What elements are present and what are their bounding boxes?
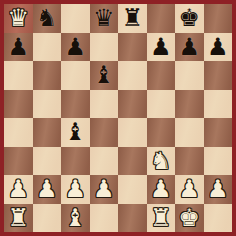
square-g3[interactable]: [175, 147, 204, 176]
square-h2[interactable]: ♟: [204, 175, 233, 204]
square-h5[interactable]: [204, 90, 233, 119]
square-d2[interactable]: ♟: [90, 175, 119, 204]
piece-black-king: ♚: [178, 4, 200, 33]
square-g1[interactable]: ♚: [175, 204, 204, 233]
piece-white-pawn: ♟: [7, 175, 29, 204]
square-f7[interactable]: ♟: [147, 33, 176, 62]
square-f4[interactable]: [147, 118, 176, 147]
square-h8[interactable]: [204, 4, 233, 33]
square-e5[interactable]: [118, 90, 147, 119]
piece-white-pawn: ♟: [178, 175, 200, 204]
piece-black-pawn: ♟: [207, 33, 229, 62]
square-h1[interactable]: [204, 204, 233, 233]
piece-black-pawn: ♟: [7, 33, 29, 62]
square-c6[interactable]: [61, 61, 90, 90]
square-c7[interactable]: ♟: [61, 33, 90, 62]
piece-black-queen: ♛: [93, 4, 115, 33]
square-a1[interactable]: ♜: [4, 204, 33, 233]
square-e2[interactable]: [118, 175, 147, 204]
square-c4[interactable]: ♝: [61, 118, 90, 147]
square-a3[interactable]: [4, 147, 33, 176]
square-e1[interactable]: [118, 204, 147, 233]
square-d5[interactable]: [90, 90, 119, 119]
square-a8[interactable]: ♛: [4, 4, 33, 33]
square-f3[interactable]: ♞: [147, 147, 176, 176]
square-e3[interactable]: [118, 147, 147, 176]
square-a5[interactable]: [4, 90, 33, 119]
piece-white-knight: ♞: [150, 147, 172, 176]
square-g7[interactable]: ♟: [175, 33, 204, 62]
piece-white-king: ♚: [178, 204, 200, 233]
square-d6[interactable]: ♝: [90, 61, 119, 90]
square-b7[interactable]: [33, 33, 62, 62]
square-a4[interactable]: [4, 118, 33, 147]
square-d4[interactable]: [90, 118, 119, 147]
square-f5[interactable]: [147, 90, 176, 119]
piece-black-rook: ♜: [121, 4, 143, 33]
chessboard: ♛♞♛♜♚♟♟♟♟♟♝♝♞♟♟♟♟♟♟♟♜♝♜♚: [4, 4, 232, 232]
piece-black-bishop: ♝: [93, 61, 115, 90]
square-h4[interactable]: [204, 118, 233, 147]
square-c1[interactable]: ♝: [61, 204, 90, 233]
square-b1[interactable]: [33, 204, 62, 233]
piece-white-pawn: ♟: [36, 175, 58, 204]
square-h6[interactable]: [204, 61, 233, 90]
square-g4[interactable]: [175, 118, 204, 147]
piece-black-pawn: ♟: [178, 33, 200, 62]
square-d7[interactable]: [90, 33, 119, 62]
square-f8[interactable]: [147, 4, 176, 33]
square-c8[interactable]: [61, 4, 90, 33]
square-e7[interactable]: [118, 33, 147, 62]
piece-white-queen: ♛: [7, 4, 29, 33]
chessboard-frame: ♛♞♛♜♚♟♟♟♟♟♝♝♞♟♟♟♟♟♟♟♜♝♜♚: [0, 0, 236, 236]
piece-white-bishop: ♝: [64, 204, 86, 233]
square-c3[interactable]: [61, 147, 90, 176]
square-f1[interactable]: ♜: [147, 204, 176, 233]
piece-black-pawn: ♟: [150, 33, 172, 62]
square-b8[interactable]: ♞: [33, 4, 62, 33]
square-d3[interactable]: [90, 147, 119, 176]
square-e8[interactable]: ♜: [118, 4, 147, 33]
square-e6[interactable]: [118, 61, 147, 90]
square-b5[interactable]: [33, 90, 62, 119]
piece-white-pawn: ♟: [93, 175, 115, 204]
square-b2[interactable]: ♟: [33, 175, 62, 204]
square-e4[interactable]: [118, 118, 147, 147]
square-c5[interactable]: [61, 90, 90, 119]
piece-white-pawn: ♟: [207, 175, 229, 204]
piece-white-rook: ♜: [7, 204, 29, 233]
piece-black-knight: ♞: [36, 4, 58, 33]
square-b6[interactable]: [33, 61, 62, 90]
square-g6[interactable]: [175, 61, 204, 90]
square-a6[interactable]: [4, 61, 33, 90]
piece-white-pawn: ♟: [150, 175, 172, 204]
square-a7[interactable]: ♟: [4, 33, 33, 62]
square-d8[interactable]: ♛: [90, 4, 119, 33]
square-f2[interactable]: ♟: [147, 175, 176, 204]
square-g5[interactable]: [175, 90, 204, 119]
square-b3[interactable]: [33, 147, 62, 176]
square-d1[interactable]: [90, 204, 119, 233]
square-h7[interactable]: ♟: [204, 33, 233, 62]
square-h3[interactable]: [204, 147, 233, 176]
square-g2[interactable]: ♟: [175, 175, 204, 204]
square-c2[interactable]: ♟: [61, 175, 90, 204]
square-f6[interactable]: [147, 61, 176, 90]
square-b4[interactable]: [33, 118, 62, 147]
square-a2[interactable]: ♟: [4, 175, 33, 204]
piece-black-bishop: ♝: [64, 118, 86, 147]
square-g8[interactable]: ♚: [175, 4, 204, 33]
piece-white-pawn: ♟: [64, 175, 86, 204]
piece-white-rook: ♜: [150, 204, 172, 233]
piece-black-pawn: ♟: [64, 33, 86, 62]
